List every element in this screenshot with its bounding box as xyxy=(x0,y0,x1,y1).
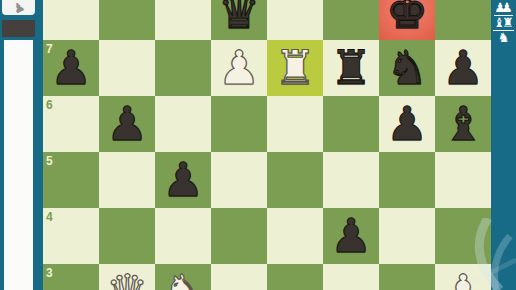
square-f7[interactable]: ♜ xyxy=(323,40,379,96)
square-e3[interactable] xyxy=(267,264,323,290)
square-c6[interactable] xyxy=(155,96,211,152)
grey-pawn-icon: ♟ xyxy=(10,0,26,17)
square-b5[interactable] xyxy=(99,152,155,208)
captured-pawns-icon: ♟♟ xyxy=(491,0,516,15)
piece-wQ-b3[interactable]: ♛ xyxy=(99,264,155,290)
square-e4[interactable] xyxy=(267,208,323,264)
square-a8[interactable] xyxy=(43,0,99,40)
square-e6[interactable] xyxy=(267,96,323,152)
piece-bQ-d8[interactable]: ♛ xyxy=(211,0,267,40)
square-f4[interactable]: ♟ xyxy=(323,208,379,264)
square-c5[interactable]: ♟ xyxy=(155,152,211,208)
captured-pieces-panel: ♟♟ ♝♜ ♞ xyxy=(491,0,516,290)
square-d4[interactable] xyxy=(211,208,267,264)
square-d3[interactable] xyxy=(211,264,267,290)
video-frame: ♟ ♛♚7♟♟♜♜♞♟6♟♟♝5♟4♟3♛♞♟ ♟♟ ♝♜ ♞ xyxy=(0,0,516,290)
square-h3[interactable]: ♟ xyxy=(435,264,491,290)
piece-bP-c5[interactable]: ♟ xyxy=(155,152,211,208)
square-c4[interactable] xyxy=(155,208,211,264)
captured-knight-icon: ♞ xyxy=(491,30,516,45)
piece-wN-c3[interactable]: ♞ xyxy=(155,264,211,290)
square-b6[interactable]: ♟ xyxy=(99,96,155,152)
square-d8[interactable]: ♛ xyxy=(211,0,267,40)
piece-bK-g8[interactable]: ♚ xyxy=(379,0,435,40)
square-c3[interactable]: ♞ xyxy=(155,264,211,290)
square-g6[interactable]: ♟ xyxy=(379,96,435,152)
square-a3[interactable]: 3 xyxy=(43,264,99,290)
piece-bP-b6[interactable]: ♟ xyxy=(99,96,155,152)
piece-wP-h3[interactable]: ♟ xyxy=(435,264,491,290)
eval-bar-white-segment xyxy=(4,40,33,290)
square-g4[interactable] xyxy=(379,208,435,264)
square-e7[interactable]: ♜ xyxy=(267,40,323,96)
captured-bishop-rook-icon: ♝♜ xyxy=(491,15,516,30)
square-c7[interactable] xyxy=(155,40,211,96)
square-a6[interactable]: 6 xyxy=(43,96,99,152)
piece-bR-f7[interactable]: ♜ xyxy=(323,40,379,96)
square-b7[interactable] xyxy=(99,40,155,96)
square-b4[interactable] xyxy=(99,208,155,264)
square-h6[interactable]: ♝ xyxy=(435,96,491,152)
square-d7[interactable]: ♟ xyxy=(211,40,267,96)
square-e5[interactable] xyxy=(267,152,323,208)
square-f5[interactable] xyxy=(323,152,379,208)
square-e8[interactable] xyxy=(267,0,323,40)
chess-board[interactable]: ♛♚7♟♟♜♜♞♟6♟♟♝5♟4♟3♛♞♟ xyxy=(43,0,491,290)
piece-bP-h7[interactable]: ♟ xyxy=(435,40,491,96)
rank-label-3: 3 xyxy=(46,266,53,280)
square-f3[interactable] xyxy=(323,264,379,290)
piece-bP-a7[interactable]: ♟ xyxy=(43,40,99,96)
square-h7[interactable]: ♟ xyxy=(435,40,491,96)
square-h4[interactable] xyxy=(435,208,491,264)
square-d6[interactable] xyxy=(211,96,267,152)
square-f6[interactable] xyxy=(323,96,379,152)
piece-bN-g7[interactable]: ♞ xyxy=(379,40,435,96)
square-g7[interactable]: ♞ xyxy=(379,40,435,96)
square-h5[interactable] xyxy=(435,152,491,208)
square-d5[interactable] xyxy=(211,152,267,208)
square-g3[interactable] xyxy=(379,264,435,290)
rank-label-6: 6 xyxy=(46,98,53,112)
piece-bP-g6[interactable]: ♟ xyxy=(379,96,435,152)
rank-label-4: 4 xyxy=(46,210,53,224)
square-f8[interactable] xyxy=(323,0,379,40)
square-h8[interactable] xyxy=(435,0,491,40)
square-b3[interactable]: ♛ xyxy=(99,264,155,290)
square-c8[interactable] xyxy=(155,0,211,40)
eval-bar-black-segment xyxy=(2,20,35,37)
left-sidebar: ♟ xyxy=(0,0,43,290)
piece-bB-h6[interactable]: ♝ xyxy=(435,96,491,152)
piece-wP-d7[interactable]: ♟ xyxy=(211,40,267,96)
player-badge[interactable]: ♟ xyxy=(2,0,35,15)
square-a4[interactable]: 4 xyxy=(43,208,99,264)
piece-wR-e7[interactable]: ♜ xyxy=(267,40,323,96)
square-g5[interactable] xyxy=(379,152,435,208)
piece-bP-f4[interactable]: ♟ xyxy=(323,208,379,264)
square-a5[interactable]: 5 xyxy=(43,152,99,208)
rank-label-5: 5 xyxy=(46,154,53,168)
square-b8[interactable] xyxy=(99,0,155,40)
square-a7[interactable]: 7♟ xyxy=(43,40,99,96)
square-g8[interactable]: ♚ xyxy=(379,0,435,40)
